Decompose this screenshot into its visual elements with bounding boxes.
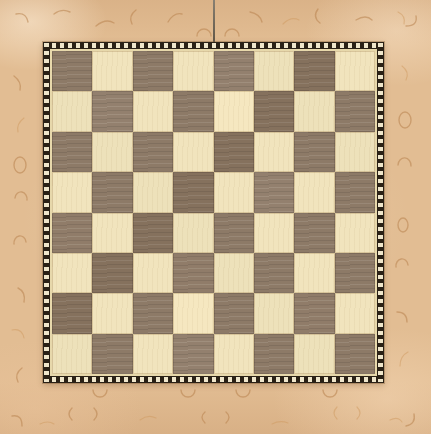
inlay-border-left bbox=[44, 43, 49, 382]
square-g6[interactable] bbox=[294, 132, 334, 172]
square-h6[interactable] bbox=[335, 132, 375, 172]
frame-joint-seam bbox=[213, 0, 215, 43]
square-g2[interactable] bbox=[294, 293, 334, 333]
square-g3[interactable] bbox=[294, 253, 334, 293]
square-f7[interactable] bbox=[254, 91, 294, 131]
square-a1[interactable] bbox=[52, 334, 92, 374]
square-c8[interactable] bbox=[133, 51, 173, 91]
square-h1[interactable] bbox=[335, 334, 375, 374]
chess-board bbox=[43, 42, 384, 383]
square-f4[interactable] bbox=[254, 213, 294, 253]
square-f3[interactable] bbox=[254, 253, 294, 293]
square-g7[interactable] bbox=[294, 91, 334, 131]
square-e8[interactable] bbox=[214, 51, 254, 91]
inlay-border-bottom bbox=[44, 377, 383, 382]
square-e4[interactable] bbox=[214, 213, 254, 253]
inlay-border-right bbox=[378, 43, 383, 382]
square-d7[interactable] bbox=[173, 91, 213, 131]
inlay-border-top bbox=[44, 43, 383, 48]
square-b2[interactable] bbox=[92, 293, 132, 333]
square-f5[interactable] bbox=[254, 172, 294, 212]
square-b3[interactable] bbox=[92, 253, 132, 293]
square-g4[interactable] bbox=[294, 213, 334, 253]
square-e2[interactable] bbox=[214, 293, 254, 333]
square-d8[interactable] bbox=[173, 51, 213, 91]
square-a8[interactable] bbox=[52, 51, 92, 91]
square-e1[interactable] bbox=[214, 334, 254, 374]
square-d3[interactable] bbox=[173, 253, 213, 293]
square-c1[interactable] bbox=[133, 334, 173, 374]
square-d5[interactable] bbox=[173, 172, 213, 212]
square-f6[interactable] bbox=[254, 132, 294, 172]
square-c4[interactable] bbox=[133, 213, 173, 253]
square-h3[interactable] bbox=[335, 253, 375, 293]
square-a2[interactable] bbox=[52, 293, 92, 333]
square-a7[interactable] bbox=[52, 91, 92, 131]
square-a4[interactable] bbox=[52, 213, 92, 253]
board-grid bbox=[52, 51, 375, 374]
chessboard-photo bbox=[0, 0, 431, 434]
square-c3[interactable] bbox=[133, 253, 173, 293]
square-e5[interactable] bbox=[214, 172, 254, 212]
square-d4[interactable] bbox=[173, 213, 213, 253]
square-c7[interactable] bbox=[133, 91, 173, 131]
board-margin bbox=[50, 49, 377, 376]
square-b5[interactable] bbox=[92, 172, 132, 212]
square-g8[interactable] bbox=[294, 51, 334, 91]
square-b8[interactable] bbox=[92, 51, 132, 91]
square-e7[interactable] bbox=[214, 91, 254, 131]
square-a6[interactable] bbox=[52, 132, 92, 172]
square-d6[interactable] bbox=[173, 132, 213, 172]
square-d2[interactable] bbox=[173, 293, 213, 333]
square-b4[interactable] bbox=[92, 213, 132, 253]
square-h7[interactable] bbox=[335, 91, 375, 131]
square-e6[interactable] bbox=[214, 132, 254, 172]
square-b6[interactable] bbox=[92, 132, 132, 172]
square-a3[interactable] bbox=[52, 253, 92, 293]
square-b7[interactable] bbox=[92, 91, 132, 131]
square-d1[interactable] bbox=[173, 334, 213, 374]
square-h5[interactable] bbox=[335, 172, 375, 212]
square-f8[interactable] bbox=[254, 51, 294, 91]
square-c6[interactable] bbox=[133, 132, 173, 172]
square-c2[interactable] bbox=[133, 293, 173, 333]
square-g5[interactable] bbox=[294, 172, 334, 212]
square-f1[interactable] bbox=[254, 334, 294, 374]
square-h2[interactable] bbox=[335, 293, 375, 333]
square-e3[interactable] bbox=[214, 253, 254, 293]
square-h8[interactable] bbox=[335, 51, 375, 91]
square-a5[interactable] bbox=[52, 172, 92, 212]
square-g1[interactable] bbox=[294, 334, 334, 374]
square-b1[interactable] bbox=[92, 334, 132, 374]
square-f2[interactable] bbox=[254, 293, 294, 333]
square-h4[interactable] bbox=[335, 213, 375, 253]
square-c5[interactable] bbox=[133, 172, 173, 212]
